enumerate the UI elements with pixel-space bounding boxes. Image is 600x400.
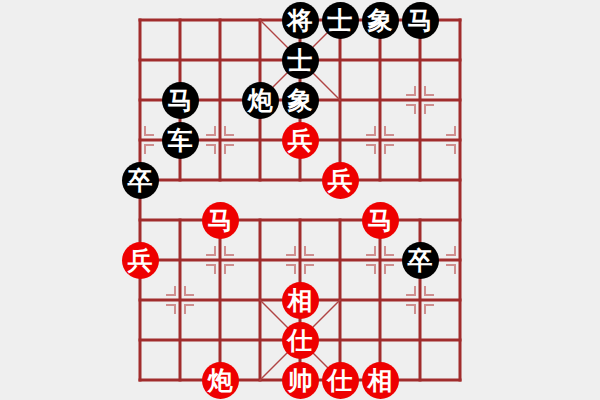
piece-red-horse[interactable]: 马 <box>360 200 400 240</box>
board-grid[interactable]: 将士象马士马炮象车兵卒兵马马兵卒相仕炮帅仕相 <box>120 0 480 400</box>
black-advisor-glyph: 士 <box>282 42 319 79</box>
xiangqi-board-screen: 将士象马士马炮象车兵卒兵马马兵卒相仕炮帅仕相 <box>0 0 600 400</box>
piece-red-advisor[interactable]: 仕 <box>320 360 360 400</box>
piece-red-elephant[interactable]: 相 <box>280 280 320 320</box>
piece-red-elephant[interactable]: 相 <box>360 360 400 400</box>
piece-black-advisor[interactable]: 士 <box>280 40 320 80</box>
black-elephant-glyph: 象 <box>362 2 399 39</box>
red-pawn-glyph: 兵 <box>322 162 359 199</box>
red-cannon-glyph: 炮 <box>202 362 239 399</box>
red-elephant-glyph: 相 <box>282 282 319 319</box>
red-horse-glyph: 马 <box>202 202 239 239</box>
piece-black-advisor[interactable]: 士 <box>320 0 360 40</box>
black-pawn-glyph: 卒 <box>402 242 439 279</box>
piece-black-general[interactable]: 将 <box>280 0 320 40</box>
piece-red-horse[interactable]: 马 <box>200 200 240 240</box>
piece-red-pawn[interactable]: 兵 <box>320 160 360 200</box>
piece-black-horse[interactable]: 马 <box>160 80 200 120</box>
red-general-glyph: 帅 <box>282 362 319 399</box>
piece-black-horse[interactable]: 马 <box>400 0 440 40</box>
black-horse-glyph: 马 <box>402 2 439 39</box>
black-elephant-glyph: 象 <box>282 82 319 119</box>
piece-black-elephant[interactable]: 象 <box>360 0 400 40</box>
piece-black-elephant[interactable]: 象 <box>280 80 320 120</box>
black-horse-glyph: 马 <box>162 82 199 119</box>
piece-black-pawn[interactable]: 卒 <box>120 160 160 200</box>
red-pawn-glyph: 兵 <box>122 242 159 279</box>
red-advisor-glyph: 仕 <box>322 362 359 399</box>
piece-black-chariot[interactable]: 车 <box>160 120 200 160</box>
red-pawn-glyph: 兵 <box>282 122 319 159</box>
piece-red-general[interactable]: 帅 <box>280 360 320 400</box>
piece-red-pawn[interactable]: 兵 <box>120 240 160 280</box>
piece-black-pawn[interactable]: 卒 <box>400 240 440 280</box>
piece-black-cannon[interactable]: 炮 <box>240 80 280 120</box>
piece-red-pawn[interactable]: 兵 <box>280 120 320 160</box>
red-horse-glyph: 马 <box>362 202 399 239</box>
black-general-glyph: 将 <box>282 2 319 39</box>
black-advisor-glyph: 士 <box>322 2 359 39</box>
black-pawn-glyph: 卒 <box>122 162 159 199</box>
red-elephant-glyph: 相 <box>362 362 399 399</box>
black-cannon-glyph: 炮 <box>242 82 279 119</box>
red-advisor-glyph: 仕 <box>282 322 319 359</box>
piece-red-advisor[interactable]: 仕 <box>280 320 320 360</box>
black-chariot-glyph: 车 <box>162 122 199 159</box>
piece-red-cannon[interactable]: 炮 <box>200 360 240 400</box>
